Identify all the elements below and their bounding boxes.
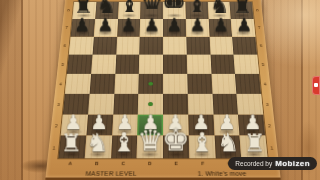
white-bishop[interactable]: ♝: [190, 129, 214, 155]
square-a1[interactable]: ♜: [58, 136, 86, 158]
square-a7[interactable]: ♟: [71, 19, 95, 37]
square-d1[interactable]: ♛: [137, 136, 163, 158]
rank-label-1: 1: [267, 136, 276, 159]
square-c5[interactable]: [115, 55, 140, 74]
rank-label-6: 6: [257, 36, 265, 54]
square-e6[interactable]: [163, 36, 187, 54]
square-b1[interactable]: ♞: [85, 136, 112, 158]
square-e1[interactable]: ♚: [163, 136, 189, 158]
square-f5[interactable]: [187, 55, 212, 74]
square-h7[interactable]: ♟: [231, 19, 255, 37]
square-b7[interactable]: ♟: [94, 19, 118, 37]
rank-label-4: 4: [261, 74, 269, 94]
move-hint-dot[interactable]: [148, 102, 153, 106]
square-b6[interactable]: [92, 36, 116, 54]
rank-label-3: 3: [263, 94, 272, 115]
app-screen: ♜♞♝♛♚♝♞♜♟♟♟♟♟♟♟♟♟♟♟♟♟♟♟♟♜♞♝♛♚♝♞♜ ABCDEFG…: [0, 0, 320, 180]
black-pawn[interactable]: ♟: [74, 16, 90, 34]
black-pawn[interactable]: ♟: [213, 16, 229, 34]
watermark-prefix: Recorded by: [235, 160, 272, 167]
file-label-d: D: [136, 161, 163, 166]
black-pawn[interactable]: ♟: [236, 16, 252, 34]
square-d7[interactable]: ♟: [140, 19, 163, 37]
rank-label-5: 5: [259, 55, 267, 74]
status-bar: MASTER LEVEL 1. White's move: [58, 170, 269, 176]
square-c1[interactable]: ♝: [111, 136, 138, 158]
square-e4[interactable]: [163, 74, 188, 94]
square-h5[interactable]: [234, 55, 259, 74]
square-f1[interactable]: ♝: [189, 136, 216, 158]
square-g7[interactable]: ♟: [208, 19, 232, 37]
black-pawn[interactable]: ♟: [120, 16, 136, 34]
square-b4[interactable]: [89, 74, 115, 94]
black-pawn[interactable]: ♟: [143, 16, 159, 34]
square-g1[interactable]: ♞: [214, 136, 241, 158]
move-indicator-label: 1. White's move: [198, 170, 247, 176]
square-a6[interactable]: [69, 36, 94, 54]
white-knight[interactable]: ♞: [86, 130, 109, 155]
chess-board: ♜♞♝♛♚♝♞♜♟♟♟♟♟♟♟♟♟♟♟♟♟♟♟♟♜♞♝♛♚♝♞♜ ABCDEFG…: [45, 0, 281, 180]
mobizen-logo: Mobizen: [275, 159, 310, 168]
square-d6[interactable]: [139, 36, 163, 54]
square-c6[interactable]: [116, 36, 140, 54]
square-f4[interactable]: [187, 74, 212, 94]
square-f6[interactable]: [186, 36, 210, 54]
black-pawn[interactable]: ♟: [166, 16, 182, 34]
square-d5[interactable]: [139, 55, 163, 74]
square-h1[interactable]: ♜: [240, 136, 268, 158]
square-c7[interactable]: ♟: [117, 19, 141, 37]
white-bishop[interactable]: ♝: [112, 129, 136, 155]
move-hint-dot[interactable]: [149, 82, 154, 86]
file-label-e: E: [163, 161, 190, 166]
square-g5[interactable]: [210, 55, 235, 74]
mobizen-record-icon[interactable]: [312, 76, 320, 95]
square-e5[interactable]: [163, 55, 187, 74]
white-rook[interactable]: ♜: [61, 131, 83, 155]
square-g6[interactable]: [209, 36, 233, 54]
white-queen[interactable]: ♛: [137, 126, 163, 155]
black-pawn[interactable]: ♟: [189, 16, 205, 34]
white-rook[interactable]: ♜: [243, 131, 265, 155]
square-a5[interactable]: [67, 55, 92, 74]
rank-label-7: 7: [255, 18, 263, 36]
rank-label-8: 8: [254, 1, 262, 18]
square-h6[interactable]: [232, 36, 257, 54]
square-f7[interactable]: ♟: [186, 19, 210, 37]
square-e7[interactable]: ♟: [163, 19, 186, 37]
rank-label-2: 2: [265, 115, 274, 137]
square-d4[interactable]: [138, 74, 163, 94]
file-label-a: A: [57, 161, 84, 166]
file-label-c: C: [110, 161, 137, 166]
white-knight[interactable]: ♞: [217, 130, 240, 155]
square-b5[interactable]: [91, 55, 116, 74]
black-pawn[interactable]: ♟: [97, 16, 113, 34]
recording-watermark: Recorded by Mobizen: [228, 157, 317, 170]
square-h4[interactable]: [235, 74, 261, 94]
square-g4[interactable]: [211, 74, 237, 94]
difficulty-label: MASTER LEVEL: [85, 170, 136, 176]
square-a4[interactable]: [65, 74, 91, 94]
board-grid: ♜♞♝♛♚♝♞♜♟♟♟♟♟♟♟♟♟♟♟♟♟♟♟♟♜♞♝♛♚♝♞♜: [57, 1, 268, 159]
white-king[interactable]: ♚: [162, 124, 190, 155]
square-c4[interactable]: [114, 74, 139, 94]
board-frame: ♜♞♝♛♚♝♞♜♟♟♟♟♟♟♟♟♟♟♟♟♟♟♟♟♜♞♝♛♚♝♞♜ ABCDEFG…: [45, 0, 281, 180]
file-label-b: B: [83, 161, 110, 166]
file-label-f: F: [189, 161, 216, 166]
